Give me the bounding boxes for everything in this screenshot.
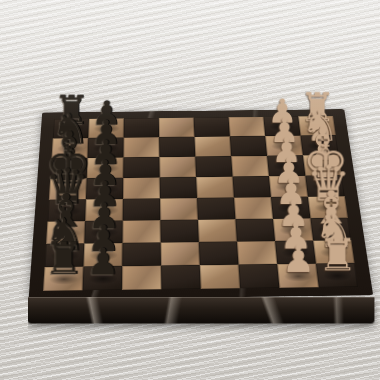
square-h4[interactable] (194, 117, 230, 137)
square-h6[interactable] (124, 118, 159, 138)
black-rook-a8[interactable]: ♜ (38, 233, 89, 280)
square-h8[interactable] (53, 119, 89, 139)
square-g4[interactable] (194, 136, 231, 156)
square-h1[interactable] (298, 116, 336, 136)
square-h7[interactable] (88, 118, 124, 138)
square-f4[interactable] (195, 156, 232, 177)
square-e3[interactable] (233, 176, 271, 197)
board-base (28, 297, 375, 324)
square-g7[interactable] (87, 138, 123, 158)
square-g2[interactable] (265, 136, 303, 156)
square-g3[interactable] (230, 136, 267, 156)
black-rook-icon: ♜ (43, 238, 83, 280)
chess-board: ♜♟♟♜♞♟♟♞♝♟♟♝♚♟♟♚♛♟♟♛♝♟♟♝♞♟♟♞♜♟♟♜ (29, 109, 374, 299)
square-g6[interactable] (123, 137, 159, 157)
square-e5[interactable] (160, 177, 197, 198)
square-g5[interactable] (159, 137, 195, 157)
product-photo: ♜♟♟♜♞♟♟♞♝♟♟♝♚♟♟♚♛♟♟♛♝♟♟♝♞♟♟♞♜♟♟♜ (0, 0, 380, 380)
square-h2[interactable] (263, 116, 300, 136)
square-g1[interactable] (301, 135, 339, 155)
scene-3d: ♜♟♟♜♞♟♟♞♝♟♟♝♚♟♟♚♛♟♟♛♝♟♟♝♞♟♟♞♜♟♟♜ (0, 0, 380, 380)
square-e4[interactable] (196, 177, 234, 198)
square-f3[interactable] (231, 156, 269, 177)
square-f5[interactable] (159, 157, 196, 178)
black-pawn-icon: ♟ (86, 244, 119, 279)
white-pawn-icon: ♟ (281, 242, 314, 277)
square-g8[interactable] (52, 138, 89, 158)
white-pawn-a2[interactable]: ♟ (273, 238, 324, 277)
square-h5[interactable] (159, 118, 195, 138)
square-h3[interactable] (229, 117, 266, 137)
